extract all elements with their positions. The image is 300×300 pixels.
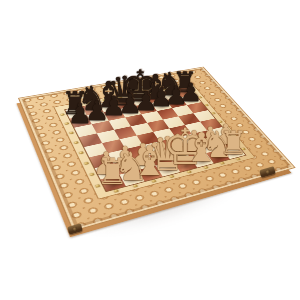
black-pawn-h7[interactable]: ♟ [180, 80, 203, 105]
pieces-layer: ♜♞♝♛♚♝♞♜♟♟♟♟♟♟♟♟♟♟♟♟♟♟♟♟♜♞♝♛♚♝♞♜ [0, 0, 300, 300]
white-rook-h1[interactable]: ♜ [219, 126, 248, 158]
chess-set-photo: ♜♞♝♛♚♝♞♜♟♟♟♟♟♟♟♟♟♟♟♟♟♟♟♟♜♞♝♛♚♝♞♜ [0, 0, 300, 300]
